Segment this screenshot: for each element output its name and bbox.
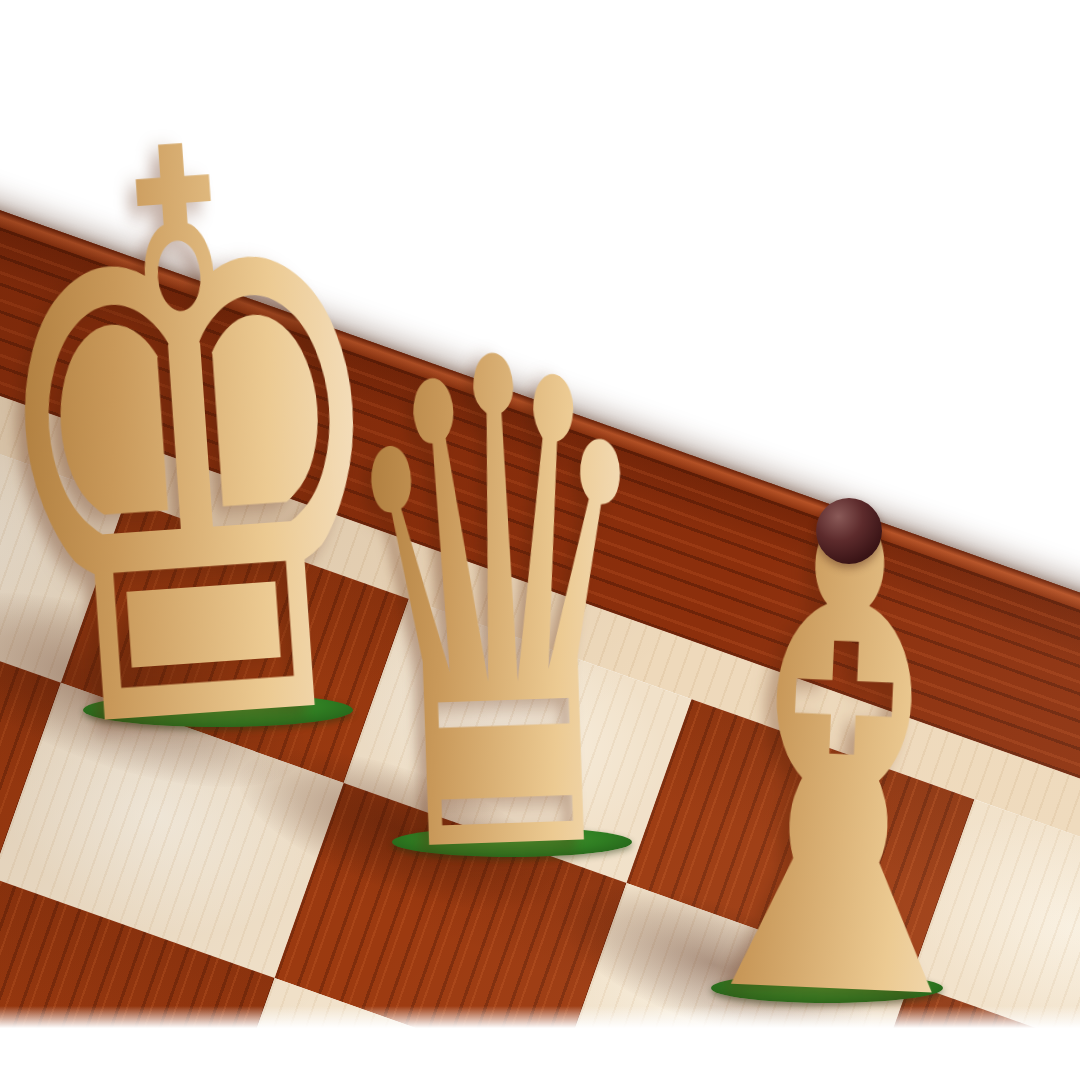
queen-glyph: ♛ xyxy=(324,270,678,951)
bottom-white-fade xyxy=(0,1006,1080,1080)
product-photo-stage: ♚ ♛ ♝ xyxy=(0,0,1080,1080)
bishop-finial-ball-icon xyxy=(816,498,882,564)
